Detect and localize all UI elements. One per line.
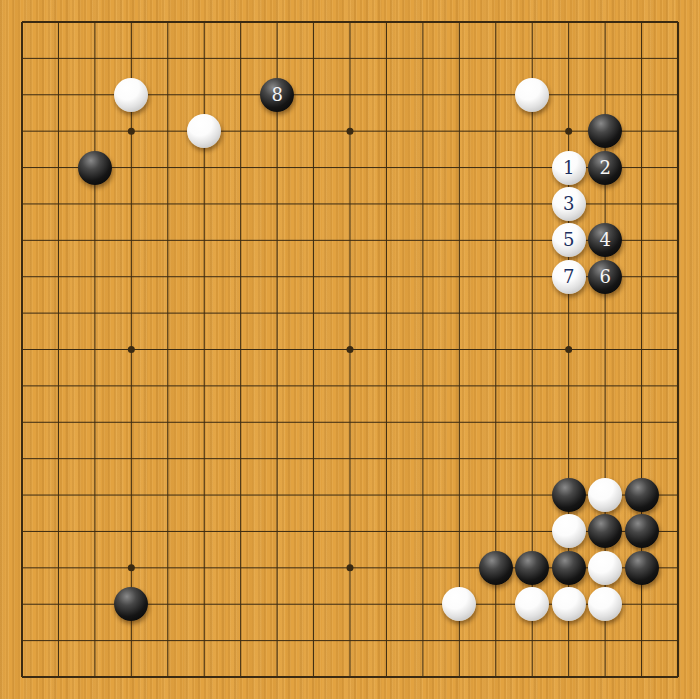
stone-black-move-8: 8: [260, 78, 294, 112]
move-number-label: 5: [563, 231, 574, 249]
stones-layer: 81235476: [0, 0, 700, 699]
move-number-label: 3: [563, 195, 574, 213]
stone-black-move-4: 4: [588, 223, 622, 257]
stone-white: [515, 587, 549, 621]
stone-white-move-7: 7: [552, 260, 586, 294]
stone-white: [515, 78, 549, 112]
stone-black: [515, 551, 549, 585]
stone-white-move-1: 1: [552, 151, 586, 185]
move-number-label: 8: [271, 86, 282, 104]
move-number-label: 1: [563, 159, 574, 177]
stone-black: [588, 514, 622, 548]
stone-black: [625, 478, 659, 512]
stone-black: [479, 551, 513, 585]
stone-black: [625, 514, 659, 548]
stone-white: [442, 587, 476, 621]
stone-white: [588, 587, 622, 621]
stone-black: [625, 551, 659, 585]
move-number-label: 6: [599, 268, 610, 286]
stone-black-move-6: 6: [588, 260, 622, 294]
go-board[interactable]: 81235476: [0, 0, 700, 699]
move-number-label: 7: [563, 268, 574, 286]
stone-white: [187, 114, 221, 148]
stone-white: [588, 478, 622, 512]
stone-white: [114, 78, 148, 112]
stone-black: [78, 151, 112, 185]
stone-black: [588, 114, 622, 148]
stone-black-move-2: 2: [588, 151, 622, 185]
stone-white: [552, 587, 586, 621]
stone-black: [552, 551, 586, 585]
stone-white-move-3: 3: [552, 187, 586, 221]
move-number-label: 2: [599, 159, 610, 177]
stone-white: [552, 514, 586, 548]
stone-white: [588, 551, 622, 585]
stone-black: [114, 587, 148, 621]
stone-white-move-5: 5: [552, 223, 586, 257]
move-number-label: 4: [599, 231, 610, 249]
stone-black: [552, 478, 586, 512]
